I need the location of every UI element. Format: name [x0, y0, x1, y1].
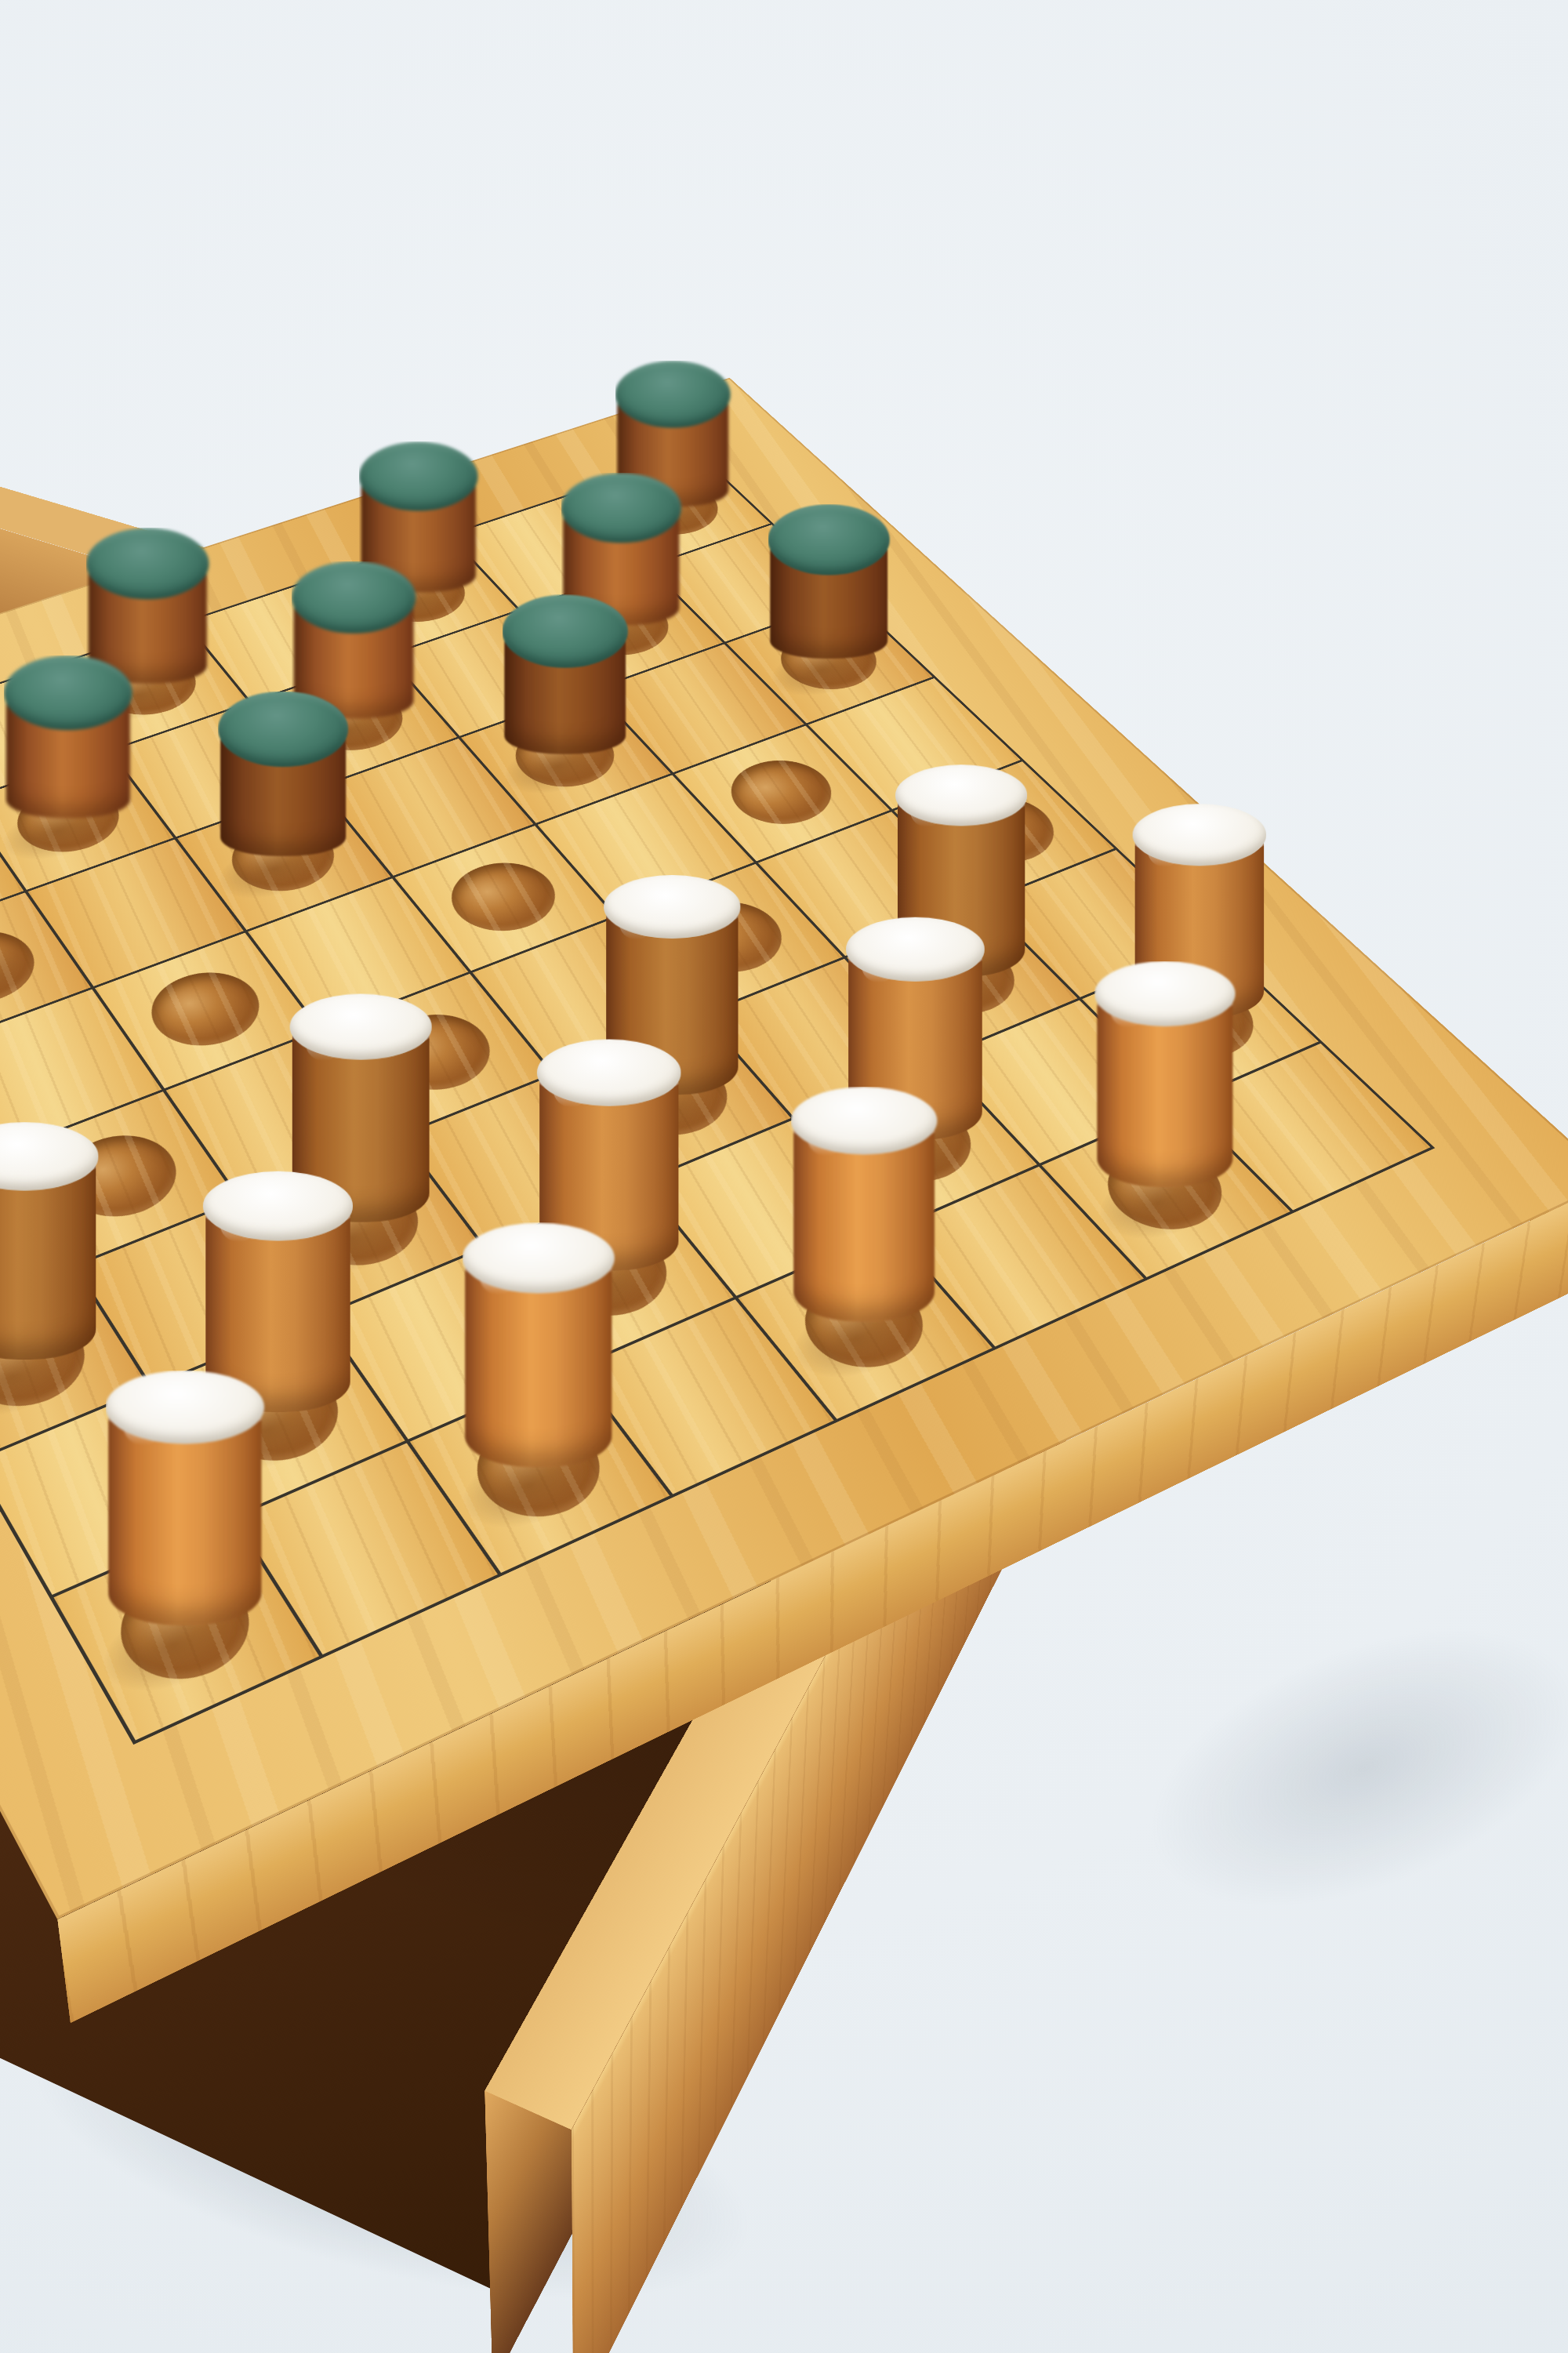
peg-cap — [1094, 961, 1235, 1026]
peg-hole — [713, 749, 850, 836]
peg-cap — [604, 875, 741, 939]
white-peg[interactable] — [463, 1222, 615, 1467]
peg-cap — [615, 361, 731, 427]
white-peg[interactable] — [106, 1370, 264, 1625]
white-peg[interactable] — [0, 1122, 99, 1360]
peg-cap — [791, 1087, 937, 1155]
peg-cap — [463, 1222, 615, 1293]
peg-hole — [215, 813, 351, 904]
stage — [0, 0, 1568, 2353]
peg-cap — [106, 1370, 264, 1443]
peg-cap — [537, 1040, 681, 1106]
ground-shadow-right — [1003, 1491, 1568, 2045]
peg-hole — [289, 679, 419, 761]
white-peg[interactable] — [1094, 961, 1235, 1187]
peg-hole — [434, 851, 574, 943]
peg-cap — [203, 1171, 353, 1241]
peg-hole — [611, 473, 735, 544]
peg-hole — [763, 621, 895, 700]
peg-cap — [290, 993, 432, 1059]
peg-cap — [895, 764, 1027, 826]
peg-hole — [2, 775, 135, 864]
peg-hole — [84, 645, 212, 726]
peg-hole — [356, 557, 482, 633]
peg-cap — [846, 917, 985, 982]
peg-hole — [498, 714, 632, 798]
white-peg[interactable] — [791, 1087, 937, 1322]
peg-hole — [557, 588, 685, 666]
peg-cap — [86, 528, 209, 600]
photo-scene — [0, 0, 1568, 2353]
peg-cap — [359, 442, 478, 511]
peg-cap — [1133, 804, 1267, 866]
